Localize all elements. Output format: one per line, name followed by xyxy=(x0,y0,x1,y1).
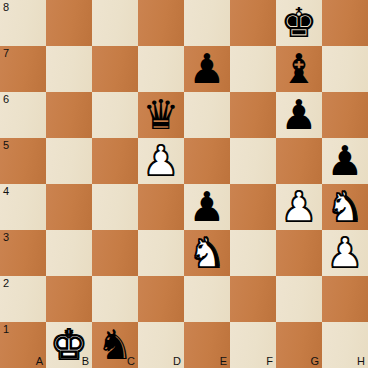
square-b6[interactable] xyxy=(46,92,92,138)
rank-label-3: 3 xyxy=(3,231,9,243)
square-h5[interactable]: ♟ xyxy=(322,138,368,184)
white-pawn-piece[interactable]: ♟ xyxy=(276,184,322,230)
square-h1[interactable]: H xyxy=(322,322,368,368)
square-d4[interactable] xyxy=(138,184,184,230)
square-h4[interactable]: ♞ xyxy=(322,184,368,230)
square-g1[interactable]: G xyxy=(276,322,322,368)
square-c8[interactable] xyxy=(92,0,138,46)
square-b7[interactable] xyxy=(46,46,92,92)
square-a2[interactable]: 2 xyxy=(0,276,46,322)
square-c7[interactable] xyxy=(92,46,138,92)
black-pawn-piece[interactable]: ♟ xyxy=(184,46,230,92)
square-h3[interactable]: ♟ xyxy=(322,230,368,276)
file-label-c: C xyxy=(127,355,135,367)
square-g6[interactable]: ♟ xyxy=(276,92,322,138)
square-h8[interactable] xyxy=(322,0,368,46)
square-e1[interactable]: E xyxy=(184,322,230,368)
square-g5[interactable] xyxy=(276,138,322,184)
square-g8[interactable]: ♚ xyxy=(276,0,322,46)
square-g7[interactable]: ♝ xyxy=(276,46,322,92)
square-g3[interactable] xyxy=(276,230,322,276)
square-c1[interactable]: C♞ xyxy=(92,322,138,368)
white-knight-piece[interactable]: ♞ xyxy=(322,184,368,230)
square-e6[interactable] xyxy=(184,92,230,138)
square-d7[interactable] xyxy=(138,46,184,92)
black-pawn-piece[interactable]: ♟ xyxy=(276,92,322,138)
square-d2[interactable] xyxy=(138,276,184,322)
file-label-b: B xyxy=(82,355,89,367)
square-f1[interactable]: F xyxy=(230,322,276,368)
square-c5[interactable] xyxy=(92,138,138,184)
file-label-e: E xyxy=(220,355,227,367)
file-label-a: A xyxy=(36,355,43,367)
square-b3[interactable] xyxy=(46,230,92,276)
file-label-f: F xyxy=(266,355,273,367)
square-c3[interactable] xyxy=(92,230,138,276)
rank-label-5: 5 xyxy=(3,139,9,151)
square-b8[interactable] xyxy=(46,0,92,46)
square-e2[interactable] xyxy=(184,276,230,322)
square-c6[interactable] xyxy=(92,92,138,138)
square-d8[interactable] xyxy=(138,0,184,46)
square-b1[interactable]: B♚ xyxy=(46,322,92,368)
square-h2[interactable] xyxy=(322,276,368,322)
square-c4[interactable] xyxy=(92,184,138,230)
square-e8[interactable] xyxy=(184,0,230,46)
rank-label-4: 4 xyxy=(3,185,9,197)
square-d1[interactable]: D xyxy=(138,322,184,368)
black-bishop-piece[interactable]: ♝ xyxy=(276,46,322,92)
square-e4[interactable]: ♟ xyxy=(184,184,230,230)
square-a7[interactable]: 7 xyxy=(0,46,46,92)
square-b5[interactable] xyxy=(46,138,92,184)
square-a8[interactable]: 8 xyxy=(0,0,46,46)
square-c2[interactable] xyxy=(92,276,138,322)
file-label-h: H xyxy=(357,355,365,367)
square-a6[interactable]: 6 xyxy=(0,92,46,138)
rank-label-1: 1 xyxy=(3,323,9,335)
square-f3[interactable] xyxy=(230,230,276,276)
square-f6[interactable] xyxy=(230,92,276,138)
square-f4[interactable] xyxy=(230,184,276,230)
square-h6[interactable] xyxy=(322,92,368,138)
square-a1[interactable]: 1A xyxy=(0,322,46,368)
square-b2[interactable] xyxy=(46,276,92,322)
square-e3[interactable]: ♞ xyxy=(184,230,230,276)
file-label-d: D xyxy=(173,355,181,367)
square-a4[interactable]: 4 xyxy=(0,184,46,230)
square-f5[interactable] xyxy=(230,138,276,184)
square-b4[interactable] xyxy=(46,184,92,230)
square-a3[interactable]: 3 xyxy=(0,230,46,276)
square-g2[interactable] xyxy=(276,276,322,322)
rank-label-6: 6 xyxy=(3,93,9,105)
white-pawn-piece[interactable]: ♟ xyxy=(138,138,184,184)
square-d3[interactable] xyxy=(138,230,184,276)
square-g4[interactable]: ♟ xyxy=(276,184,322,230)
rank-label-2: 2 xyxy=(3,277,9,289)
square-h7[interactable] xyxy=(322,46,368,92)
white-pawn-piece[interactable]: ♟ xyxy=(322,230,368,276)
white-knight-piece[interactable]: ♞ xyxy=(184,230,230,276)
square-e7[interactable]: ♟ xyxy=(184,46,230,92)
black-pawn-piece[interactable]: ♟ xyxy=(322,138,368,184)
chess-board: 8♚7♟♝6♛♟5♟♟4♟♟♞3♞♟21AB♚C♞DEFGH xyxy=(0,0,368,368)
square-f8[interactable] xyxy=(230,0,276,46)
square-f7[interactable] xyxy=(230,46,276,92)
black-queen-piece[interactable]: ♛ xyxy=(138,92,184,138)
black-pawn-piece[interactable]: ♟ xyxy=(184,184,230,230)
rank-label-7: 7 xyxy=(3,47,9,59)
square-a5[interactable]: 5 xyxy=(0,138,46,184)
black-king-piece[interactable]: ♚ xyxy=(276,0,322,46)
square-d6[interactable]: ♛ xyxy=(138,92,184,138)
file-label-g: G xyxy=(310,355,319,367)
square-d5[interactable]: ♟ xyxy=(138,138,184,184)
rank-label-8: 8 xyxy=(3,1,9,13)
square-f2[interactable] xyxy=(230,276,276,322)
square-e5[interactable] xyxy=(184,138,230,184)
